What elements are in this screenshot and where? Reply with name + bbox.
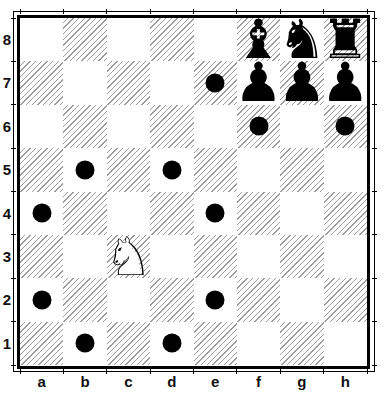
border-tick [372,321,377,322]
square-a1[interactable] [20,322,63,365]
border-tick [372,234,377,235]
border-tick [11,18,16,19]
white-knight-outline-glyph-icon: ♘ [104,230,152,284]
square-h7[interactable]: ♟ [324,61,367,104]
square-b7[interactable] [63,61,106,104]
move-marker-h6 [336,117,355,136]
square-f5[interactable] [237,148,280,191]
rank-label-5: 5 [0,148,14,191]
square-g4[interactable] [280,192,323,235]
square-a6[interactable] [20,105,63,148]
rank-label-8: 8 [0,18,14,61]
square-h5[interactable] [324,148,367,191]
border-tick [367,369,368,374]
square-e8[interactable] [194,18,237,61]
move-marker-d5 [162,160,181,179]
border-tick [20,9,21,14]
border-tick [106,369,107,374]
file-label-b: b [63,372,106,392]
square-h1[interactable] [324,322,367,365]
border-tick [63,369,64,374]
square-d8[interactable] [150,18,193,61]
black-pawn[interactable]: ♟ [324,61,367,104]
border-tick [372,191,377,192]
square-g1[interactable] [280,322,323,365]
border-tick [11,321,16,322]
square-a5[interactable] [20,148,63,191]
rank-label-7: 7 [0,61,14,104]
white-knight[interactable]: ♞♘ [107,235,150,278]
move-marker-e7 [206,74,225,93]
file-label-f: f [237,372,280,392]
border-tick [150,9,151,14]
square-f7[interactable]: ♟ [237,61,280,104]
square-f4[interactable] [237,192,280,235]
chess-diagram: ♝♞♜♟♟♟♞♘ 87654321 abcdefgh [0,0,387,394]
square-f1[interactable] [237,322,280,365]
square-b6[interactable] [63,105,106,148]
border-tick [193,9,194,14]
border-tick [372,61,377,62]
move-marker-b1 [76,334,95,353]
border-tick [11,148,16,149]
border-tick [193,369,194,374]
square-e6[interactable] [194,105,237,148]
square-e5[interactable] [194,148,237,191]
border-tick [280,369,281,374]
border-tick [323,369,324,374]
square-c6[interactable] [107,105,150,148]
move-marker-e2 [206,290,225,309]
square-b4[interactable] [63,192,106,235]
square-f3[interactable] [237,235,280,278]
square-d5[interactable] [150,148,193,191]
square-c8[interactable] [107,18,150,61]
black-pawn-glyph-icon: ♟ [278,56,326,110]
square-g5[interactable] [280,148,323,191]
square-d6[interactable] [150,105,193,148]
square-d2[interactable] [150,278,193,321]
square-c7[interactable] [107,61,150,104]
border-tick [11,278,16,279]
rank-label-1: 1 [0,322,14,365]
move-marker-d1 [162,334,181,353]
file-label-d: d [150,372,193,392]
border-tick [372,278,377,279]
border-tick [323,9,324,14]
board: ♝♞♜♟♟♟♞♘ [20,18,367,365]
square-e7[interactable] [194,61,237,104]
border-tick [150,369,151,374]
square-b2[interactable] [63,278,106,321]
rank-label-3: 3 [0,235,14,278]
black-pawn[interactable]: ♟ [280,61,323,104]
square-d7[interactable] [150,61,193,104]
square-g2[interactable] [280,278,323,321]
square-d4[interactable] [150,192,193,235]
square-a3[interactable] [20,235,63,278]
border-tick [63,9,64,14]
file-label-h: h [324,372,367,392]
square-b1[interactable] [63,322,106,365]
rank-label-6: 6 [0,105,14,148]
border-tick [11,234,16,235]
square-h2[interactable] [324,278,367,321]
square-b5[interactable] [63,148,106,191]
border-tick [372,18,377,19]
square-c2[interactable] [107,278,150,321]
border-tick [106,9,107,14]
square-c1[interactable] [107,322,150,365]
border-tick [367,9,368,14]
move-marker-b5 [76,160,95,179]
square-b3[interactable] [63,235,106,278]
file-label-g: g [280,372,323,392]
square-d3[interactable] [150,235,193,278]
move-marker-a4 [32,204,51,223]
border-tick [372,104,377,105]
square-a2[interactable] [20,278,63,321]
border-tick [372,365,377,366]
square-d1[interactable] [150,322,193,365]
border-tick [11,104,16,105]
square-e2[interactable] [194,278,237,321]
black-pawn-glyph-icon: ♟ [234,56,282,110]
square-c3[interactable]: ♞♘ [107,235,150,278]
file-label-c: c [107,372,150,392]
move-marker-f6 [249,117,268,136]
square-f6[interactable] [237,105,280,148]
rank-label-4: 4 [0,192,14,235]
border-tick [20,369,21,374]
square-b8[interactable] [63,18,106,61]
file-label-e: e [194,372,237,392]
move-marker-a2 [32,290,51,309]
square-h4[interactable] [324,192,367,235]
file-label-a: a [20,372,63,392]
square-h6[interactable] [324,105,367,148]
square-c5[interactable] [107,148,150,191]
border-tick [11,61,16,62]
border-tick [11,365,16,366]
square-g6[interactable] [280,105,323,148]
border-tick [372,148,377,149]
move-marker-e4 [206,204,225,223]
square-e4[interactable] [194,192,237,235]
square-a7[interactable] [20,61,63,104]
black-pawn[interactable]: ♟ [237,61,280,104]
square-a4[interactable] [20,192,63,235]
border-tick [236,369,237,374]
border-tick [280,9,281,14]
square-h3[interactable] [324,235,367,278]
square-e1[interactable] [194,322,237,365]
border-tick [236,9,237,14]
square-g3[interactable] [280,235,323,278]
square-f2[interactable] [237,278,280,321]
border-tick [11,191,16,192]
square-e3[interactable] [194,235,237,278]
rank-label-2: 2 [0,278,14,321]
square-g7[interactable]: ♟ [280,61,323,104]
black-pawn-glyph-icon: ♟ [321,56,369,110]
square-a8[interactable] [20,18,63,61]
